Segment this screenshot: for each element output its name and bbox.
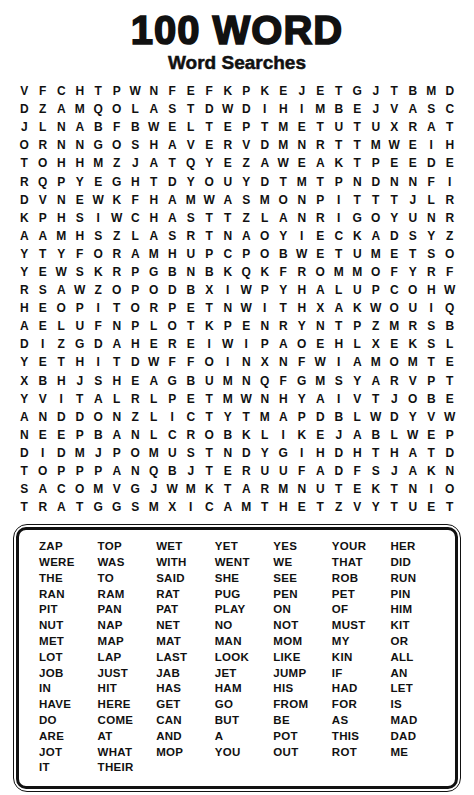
grid-cell-r23c15[interactable]: M	[274, 480, 293, 498]
grid-cell-r18c16[interactable]: Y	[293, 390, 312, 408]
grid-cell-r23c9[interactable]: W	[163, 480, 182, 498]
grid-cell-r2c16[interactable]: I	[293, 100, 312, 118]
grid-cell-r15c15[interactable]: A	[274, 335, 293, 353]
grid-cell-r12c10[interactable]: B	[182, 281, 201, 299]
grid-cell-r15c1[interactable]: D	[15, 335, 34, 353]
grid-cell-r19c18[interactable]: B	[330, 408, 349, 426]
grid-cell-r17c22[interactable]: V	[404, 372, 423, 390]
grid-cell-r10c7[interactable]: A	[126, 245, 145, 263]
grid-cell-r24c21[interactable]: T	[385, 498, 404, 516]
grid-cell-r4c11[interactable]: E	[200, 136, 219, 154]
grid-cell-r15c17[interactable]: E	[311, 335, 330, 353]
grid-cell-r6c19[interactable]: N	[348, 172, 367, 190]
grid-cell-r1c12[interactable]: K	[219, 82, 238, 100]
grid-cell-r5c4[interactable]: H	[71, 154, 90, 172]
grid-cell-r16c12[interactable]: I	[219, 353, 238, 371]
grid-cell-r15c23[interactable]: S	[422, 335, 441, 353]
grid-cell-r9c4[interactable]: H	[71, 227, 90, 245]
grid-cell-r6c14[interactable]: D	[256, 172, 275, 190]
grid-cell-r3c2[interactable]: L	[34, 118, 53, 136]
grid-cell-r10c15[interactable]: B	[274, 245, 293, 263]
grid-cell-r19c7[interactable]: Z	[126, 408, 145, 426]
grid-cell-r22c19[interactable]: F	[348, 462, 367, 480]
grid-cell-r21c15[interactable]: G	[274, 444, 293, 462]
grid-cell-r9c11[interactable]: T	[200, 227, 219, 245]
grid-cell-r17c3[interactable]: H	[52, 372, 71, 390]
grid-cell-r2c9[interactable]: S	[163, 100, 182, 118]
grid-cell-r1c13[interactable]: P	[237, 82, 256, 100]
grid-cell-r21c21[interactable]: H	[385, 444, 404, 462]
grid-cell-r8c9[interactable]: A	[163, 209, 182, 227]
grid-cell-r19c9[interactable]: I	[163, 408, 182, 426]
grid-cell-r16c6[interactable]: T	[108, 353, 127, 371]
grid-cell-r11c19[interactable]: M	[348, 263, 367, 281]
grid-cell-r19c3[interactable]: D	[52, 408, 71, 426]
grid-cell-r18c7[interactable]: R	[126, 390, 145, 408]
grid-cell-r16c18[interactable]: I	[330, 353, 349, 371]
grid-cell-r23c23[interactable]: I	[422, 480, 441, 498]
grid-cell-r5c7[interactable]: J	[126, 154, 145, 172]
grid-cell-r14c10[interactable]: T	[182, 317, 201, 335]
grid-cell-r4c17[interactable]: R	[311, 136, 330, 154]
grid-cell-r18c23[interactable]: B	[422, 390, 441, 408]
grid-cell-r10c13[interactable]: P	[237, 245, 256, 263]
grid-cell-r16c8[interactable]: W	[145, 353, 164, 371]
grid-cell-r3c24[interactable]: T	[441, 118, 460, 136]
grid-cell-r7c21[interactable]: T	[385, 191, 404, 209]
grid-cell-r5c14[interactable]: A	[256, 154, 275, 172]
grid-cell-r18c22[interactable]: O	[404, 390, 423, 408]
grid-cell-r7c5[interactable]: W	[89, 191, 108, 209]
grid-cell-r9c13[interactable]: A	[237, 227, 256, 245]
grid-cell-r5c23[interactable]: D	[422, 154, 441, 172]
grid-cell-r24c4[interactable]: T	[71, 498, 90, 516]
grid-cell-r4c21[interactable]: W	[385, 136, 404, 154]
grid-cell-r16c19[interactable]: A	[348, 353, 367, 371]
grid-cell-r10c12[interactable]: C	[219, 245, 238, 263]
grid-cell-r14c3[interactable]: L	[52, 317, 71, 335]
grid-cell-r17c23[interactable]: P	[422, 372, 441, 390]
grid-cell-r15c2[interactable]: I	[34, 335, 53, 353]
grid-cell-r23c10[interactable]: M	[182, 480, 201, 498]
grid-cell-r12c5[interactable]: Z	[89, 281, 108, 299]
grid-cell-r23c12[interactable]: T	[219, 480, 238, 498]
grid-cell-r16c3[interactable]: T	[52, 353, 71, 371]
grid-cell-r5c2[interactable]: O	[34, 154, 53, 172]
grid-cell-r12c12[interactable]: I	[219, 281, 238, 299]
grid-cell-r19c14[interactable]: M	[256, 408, 275, 426]
grid-cell-r11c13[interactable]: Q	[237, 263, 256, 281]
grid-cell-r8c12[interactable]: T	[219, 209, 238, 227]
grid-cell-r20c23[interactable]: E	[422, 426, 441, 444]
grid-cell-r22c21[interactable]: J	[385, 462, 404, 480]
grid-cell-r13c19[interactable]: K	[348, 299, 367, 317]
grid-cell-r21c12[interactable]: N	[219, 444, 238, 462]
grid-cell-r14c4[interactable]: U	[71, 317, 90, 335]
grid-cell-r10c5[interactable]: O	[89, 245, 108, 263]
grid-cell-r21c16[interactable]: I	[293, 444, 312, 462]
grid-cell-r24c17[interactable]: T	[311, 498, 330, 516]
grid-cell-r9c16[interactable]: I	[293, 227, 312, 245]
grid-cell-r8c23[interactable]: N	[422, 209, 441, 227]
grid-cell-r17c1[interactable]: X	[15, 372, 34, 390]
grid-cell-r23c3[interactable]: C	[52, 480, 71, 498]
grid-cell-r15c10[interactable]: E	[182, 335, 201, 353]
grid-cell-r9c3[interactable]: M	[52, 227, 71, 245]
grid-cell-r4c2[interactable]: R	[34, 136, 53, 154]
grid-cell-r11c10[interactable]: N	[182, 263, 201, 281]
grid-cell-r23c19[interactable]: E	[348, 480, 367, 498]
grid-cell-r5c13[interactable]: Z	[237, 154, 256, 172]
grid-cell-r11c11[interactable]: B	[200, 263, 219, 281]
grid-cell-r20c6[interactable]: A	[108, 426, 127, 444]
grid-cell-r24c18[interactable]: Z	[330, 498, 349, 516]
grid-cell-r6c6[interactable]: G	[108, 172, 127, 190]
grid-cell-r18c8[interactable]: L	[145, 390, 164, 408]
grid-cell-r14c12[interactable]: P	[219, 317, 238, 335]
grid-cell-r6c9[interactable]: D	[163, 172, 182, 190]
grid-cell-r22c12[interactable]: E	[219, 462, 238, 480]
grid-cell-r12c20[interactable]: P	[367, 281, 386, 299]
grid-cell-r11c6[interactable]: R	[108, 263, 127, 281]
grid-cell-r2c19[interactable]: E	[348, 100, 367, 118]
grid-cell-r7c2[interactable]: V	[34, 191, 53, 209]
grid-cell-r1c1[interactable]: V	[15, 82, 34, 100]
grid-cell-r4c4[interactable]: N	[71, 136, 90, 154]
grid-cell-r9c20[interactable]: A	[367, 227, 386, 245]
grid-cell-r5c20[interactable]: P	[367, 154, 386, 172]
grid-cell-r18c4[interactable]: T	[71, 390, 90, 408]
grid-cell-r17c8[interactable]: A	[145, 372, 164, 390]
grid-cell-r12c3[interactable]: A	[52, 281, 71, 299]
grid-cell-r16c4[interactable]: H	[71, 353, 90, 371]
grid-cell-r16c15[interactable]: N	[274, 353, 293, 371]
grid-cell-r24c1[interactable]: T	[15, 498, 34, 516]
grid-cell-r8c22[interactable]: U	[404, 209, 423, 227]
grid-cell-r6c18[interactable]: P	[330, 172, 349, 190]
grid-cell-r22c5[interactable]: P	[89, 462, 108, 480]
grid-cell-r13c13[interactable]: W	[237, 299, 256, 317]
grid-cell-r8c11[interactable]: T	[200, 209, 219, 227]
grid-cell-r10c4[interactable]: F	[71, 245, 90, 263]
grid-cell-r10c16[interactable]: W	[293, 245, 312, 263]
grid-cell-r2c11[interactable]: D	[200, 100, 219, 118]
grid-cell-r8c20[interactable]: O	[367, 209, 386, 227]
grid-cell-r17c24[interactable]: T	[441, 372, 460, 390]
grid-cell-r5c6[interactable]: Z	[108, 154, 127, 172]
grid-cell-r8c7[interactable]: C	[126, 209, 145, 227]
grid-cell-r6c10[interactable]: Y	[182, 172, 201, 190]
grid-cell-r5c24[interactable]: E	[441, 154, 460, 172]
grid-cell-r2c17[interactable]: M	[311, 100, 330, 118]
grid-cell-r2c10[interactable]: T	[182, 100, 201, 118]
grid-cell-r9c9[interactable]: S	[163, 227, 182, 245]
grid-cell-r7c4[interactable]: E	[71, 191, 90, 209]
grid-cell-r21c1[interactable]: D	[15, 444, 34, 462]
grid-cell-r2c4[interactable]: M	[71, 100, 90, 118]
grid-cell-r15c5[interactable]: D	[89, 335, 108, 353]
grid-cell-r10c1[interactable]: Y	[15, 245, 34, 263]
grid-cell-r16c16[interactable]: F	[293, 353, 312, 371]
grid-cell-r24c10[interactable]: I	[182, 498, 201, 516]
grid-cell-r19c15[interactable]: A	[274, 408, 293, 426]
grid-cell-r9c1[interactable]: A	[15, 227, 34, 245]
grid-cell-r15c18[interactable]: H	[330, 335, 349, 353]
grid-cell-r12c14[interactable]: P	[256, 281, 275, 299]
grid-cell-r8c15[interactable]: A	[274, 209, 293, 227]
grid-cell-r19c8[interactable]: L	[145, 408, 164, 426]
grid-cell-r14c14[interactable]: N	[256, 317, 275, 335]
grid-cell-r9c19[interactable]: K	[348, 227, 367, 245]
grid-cell-r20c2[interactable]: E	[34, 426, 53, 444]
grid-cell-r3c10[interactable]: L	[182, 118, 201, 136]
grid-cell-r21c7[interactable]: O	[126, 444, 145, 462]
grid-cell-r19c22[interactable]: Y	[404, 408, 423, 426]
grid-cell-r15c6[interactable]: A	[108, 335, 127, 353]
grid-cell-r22c14[interactable]: U	[256, 462, 275, 480]
grid-cell-r18c14[interactable]: N	[256, 390, 275, 408]
grid-cell-r16c10[interactable]: F	[182, 353, 201, 371]
grid-cell-r2c5[interactable]: Q	[89, 100, 108, 118]
grid-cell-r10c24[interactable]: O	[441, 245, 460, 263]
grid-cell-r6c5[interactable]: E	[89, 172, 108, 190]
grid-cell-r12c7[interactable]: P	[126, 281, 145, 299]
grid-cell-r6c24[interactable]: I	[441, 172, 460, 190]
grid-cell-r8c16[interactable]: N	[293, 209, 312, 227]
grid-cell-r1c2[interactable]: F	[34, 82, 53, 100]
grid-cell-r21c4[interactable]: M	[71, 444, 90, 462]
grid-cell-r6c2[interactable]: Q	[34, 172, 53, 190]
grid-cell-r21c10[interactable]: S	[182, 444, 201, 462]
grid-cell-r5c1[interactable]: T	[15, 154, 34, 172]
grid-cell-r4c24[interactable]: H	[441, 136, 460, 154]
grid-cell-r24c6[interactable]: G	[108, 498, 127, 516]
grid-cell-r12c6[interactable]: O	[108, 281, 127, 299]
grid-cell-r3c17[interactable]: T	[311, 118, 330, 136]
grid-cell-r17c19[interactable]: Y	[348, 372, 367, 390]
grid-cell-r16c21[interactable]: O	[385, 353, 404, 371]
grid-cell-r22c22[interactable]: A	[404, 462, 423, 480]
grid-cell-r15c22[interactable]: K	[404, 335, 423, 353]
grid-cell-r7c22[interactable]: J	[404, 191, 423, 209]
grid-cell-r20c21[interactable]: L	[385, 426, 404, 444]
grid-cell-r22c17[interactable]: A	[311, 462, 330, 480]
grid-cell-r9c22[interactable]: S	[404, 227, 423, 245]
grid-cell-r9c15[interactable]: Y	[274, 227, 293, 245]
grid-cell-r5c3[interactable]: H	[52, 154, 71, 172]
grid-cell-r14c21[interactable]: M	[385, 317, 404, 335]
grid-cell-r21c23[interactable]: T	[422, 444, 441, 462]
grid-cell-r21c8[interactable]: M	[145, 444, 164, 462]
grid-cell-r16c17[interactable]: W	[311, 353, 330, 371]
grid-cell-r4c7[interactable]: S	[126, 136, 145, 154]
grid-cell-r14c18[interactable]: T	[330, 317, 349, 335]
grid-cell-r6c21[interactable]: N	[385, 172, 404, 190]
grid-cell-r20c22[interactable]: W	[404, 426, 423, 444]
grid-cell-r18c11[interactable]: T	[200, 390, 219, 408]
grid-cell-r12c4[interactable]: W	[71, 281, 90, 299]
grid-cell-r23c5[interactable]: M	[89, 480, 108, 498]
grid-cell-r12c2[interactable]: S	[34, 281, 53, 299]
grid-cell-r5c9[interactable]: T	[163, 154, 182, 172]
grid-cell-r7c19[interactable]: T	[348, 191, 367, 209]
grid-cell-r9c17[interactable]: E	[311, 227, 330, 245]
grid-cell-r22c15[interactable]: U	[274, 462, 293, 480]
grid-cell-r13c7[interactable]: O	[126, 299, 145, 317]
grid-cell-r4c16[interactable]: N	[293, 136, 312, 154]
grid-cell-r7c16[interactable]: N	[293, 191, 312, 209]
grid-cell-r1c6[interactable]: P	[108, 82, 127, 100]
grid-cell-r23c7[interactable]: G	[126, 480, 145, 498]
grid-cell-r17c4[interactable]: J	[71, 372, 90, 390]
grid-cell-r2c6[interactable]: O	[108, 100, 127, 118]
grid-cell-r14c19[interactable]: P	[348, 317, 367, 335]
grid-cell-r17c17[interactable]: M	[311, 372, 330, 390]
grid-cell-r15c13[interactable]: I	[237, 335, 256, 353]
grid-cell-r19c24[interactable]: W	[441, 408, 460, 426]
grid-cell-r18c24[interactable]: E	[441, 390, 460, 408]
grid-cell-r5c11[interactable]: Y	[200, 154, 219, 172]
grid-cell-r3c16[interactable]: E	[293, 118, 312, 136]
grid-cell-r10c19[interactable]: U	[348, 245, 367, 263]
grid-cell-r4c20[interactable]: M	[367, 136, 386, 154]
grid-cell-r3c15[interactable]: M	[274, 118, 293, 136]
grid-cell-r22c4[interactable]: P	[71, 462, 90, 480]
grid-cell-r2c1[interactable]: D	[15, 100, 34, 118]
grid-cell-r11c3[interactable]: W	[52, 263, 71, 281]
grid-cell-r21c18[interactable]: D	[330, 444, 349, 462]
grid-cell-r24c8[interactable]: M	[145, 498, 164, 516]
grid-cell-r23c22[interactable]: N	[404, 480, 423, 498]
grid-cell-r14c1[interactable]: A	[15, 317, 34, 335]
grid-cell-r3c4[interactable]: A	[71, 118, 90, 136]
grid-cell-r24c13[interactable]: M	[237, 498, 256, 516]
grid-cell-r11c1[interactable]: Y	[15, 263, 34, 281]
grid-cell-r10c10[interactable]: U	[182, 245, 201, 263]
grid-cell-r21c11[interactable]: T	[200, 444, 219, 462]
grid-cell-r9c8[interactable]: A	[145, 227, 164, 245]
grid-cell-r18c17[interactable]: A	[311, 390, 330, 408]
grid-cell-r15c19[interactable]: L	[348, 335, 367, 353]
grid-cell-r2c23[interactable]: S	[422, 100, 441, 118]
grid-cell-r11c5[interactable]: K	[89, 263, 108, 281]
grid-cell-r1c14[interactable]: K	[256, 82, 275, 100]
grid-cell-r12c19[interactable]: U	[348, 281, 367, 299]
grid-cell-r17c14[interactable]: Q	[256, 372, 275, 390]
grid-cell-r11c18[interactable]: M	[330, 263, 349, 281]
grid-cell-r2c12[interactable]: W	[219, 100, 238, 118]
grid-cell-r2c21[interactable]: V	[385, 100, 404, 118]
grid-cell-r7c18[interactable]: I	[330, 191, 349, 209]
grid-cell-r13c15[interactable]: T	[274, 299, 293, 317]
grid-cell-r6c23[interactable]: F	[422, 172, 441, 190]
grid-cell-r1c21[interactable]: T	[385, 82, 404, 100]
grid-cell-r22c1[interactable]: T	[15, 462, 34, 480]
grid-cell-r19c19[interactable]: L	[348, 408, 367, 426]
grid-cell-r23c6[interactable]: V	[108, 480, 127, 498]
grid-cell-r7c9[interactable]: A	[163, 191, 182, 209]
grid-cell-r10c21[interactable]: E	[385, 245, 404, 263]
grid-cell-r7c24[interactable]: R	[441, 191, 460, 209]
grid-cell-r5c19[interactable]: T	[348, 154, 367, 172]
grid-cell-r19c20[interactable]: W	[367, 408, 386, 426]
grid-cell-r5c10[interactable]: Q	[182, 154, 201, 172]
grid-cell-r14c13[interactable]: E	[237, 317, 256, 335]
grid-cell-r1c3[interactable]: C	[52, 82, 71, 100]
grid-cell-r1c11[interactable]: F	[200, 82, 219, 100]
grid-cell-r9c6[interactable]: Z	[108, 227, 127, 245]
grid-cell-r9c5[interactable]: S	[89, 227, 108, 245]
grid-cell-r17c21[interactable]: R	[385, 372, 404, 390]
grid-cell-r20c20[interactable]: B	[367, 426, 386, 444]
grid-cell-r15c12[interactable]: W	[219, 335, 238, 353]
grid-cell-r14c5[interactable]: F	[89, 317, 108, 335]
grid-cell-r8c2[interactable]: P	[34, 209, 53, 227]
grid-cell-r11c2[interactable]: E	[34, 263, 53, 281]
grid-cell-r17c9[interactable]: G	[163, 372, 182, 390]
grid-cell-r10c2[interactable]: T	[34, 245, 53, 263]
grid-cell-r5c21[interactable]: E	[385, 154, 404, 172]
grid-cell-r11c21[interactable]: F	[385, 263, 404, 281]
grid-cell-r20c5[interactable]: B	[89, 426, 108, 444]
grid-cell-r13c16[interactable]: H	[293, 299, 312, 317]
grid-cell-r24c2[interactable]: R	[34, 498, 53, 516]
grid-cell-r3c11[interactable]: T	[200, 118, 219, 136]
grid-cell-r6c11[interactable]: O	[200, 172, 219, 190]
grid-cell-r18c5[interactable]: A	[89, 390, 108, 408]
grid-cell-r14c23[interactable]: S	[422, 317, 441, 335]
grid-cell-r16c1[interactable]: Y	[15, 353, 34, 371]
grid-cell-r11c24[interactable]: F	[441, 263, 460, 281]
grid-cell-r6c15[interactable]: T	[274, 172, 293, 190]
grid-cell-r11c15[interactable]: F	[274, 263, 293, 281]
grid-cell-r23c20[interactable]: K	[367, 480, 386, 498]
grid-cell-r23c14[interactable]: R	[256, 480, 275, 498]
grid-cell-r7c10[interactable]: M	[182, 191, 201, 209]
grid-cell-r15c9[interactable]: R	[163, 335, 182, 353]
grid-cell-r10c3[interactable]: Y	[52, 245, 71, 263]
grid-cell-r20c12[interactable]: B	[219, 426, 238, 444]
grid-cell-r8c8[interactable]: H	[145, 209, 164, 227]
grid-cell-r19c6[interactable]: N	[108, 408, 127, 426]
grid-cell-r10c14[interactable]: O	[256, 245, 275, 263]
grid-cell-r20c8[interactable]: L	[145, 426, 164, 444]
grid-cell-r7c11[interactable]: W	[200, 191, 219, 209]
grid-cell-r3c12[interactable]: E	[219, 118, 238, 136]
grid-cell-r3c13[interactable]: P	[237, 118, 256, 136]
grid-cell-r17c16[interactable]: G	[293, 372, 312, 390]
grid-cell-r22c18[interactable]: D	[330, 462, 349, 480]
grid-cell-r1c10[interactable]: E	[182, 82, 201, 100]
grid-cell-r20c16[interactable]: K	[293, 426, 312, 444]
grid-cell-r13c4[interactable]: P	[71, 299, 90, 317]
grid-cell-r2c20[interactable]: J	[367, 100, 386, 118]
grid-cell-r10c17[interactable]: E	[311, 245, 330, 263]
grid-cell-r23c17[interactable]: U	[311, 480, 330, 498]
grid-cell-r6c3[interactable]: P	[52, 172, 71, 190]
grid-cell-r4c19[interactable]: T	[348, 136, 367, 154]
grid-cell-r3c19[interactable]: T	[348, 118, 367, 136]
grid-cell-r19c11[interactable]: T	[200, 408, 219, 426]
grid-cell-r18c18[interactable]: I	[330, 390, 349, 408]
grid-cell-r16c13[interactable]: N	[237, 353, 256, 371]
grid-cell-r17c20[interactable]: A	[367, 372, 386, 390]
grid-cell-r10c23[interactable]: S	[422, 245, 441, 263]
grid-cell-r18c12[interactable]: M	[219, 390, 238, 408]
grid-cell-r7c1[interactable]: D	[15, 191, 34, 209]
grid-cell-r21c19[interactable]: H	[348, 444, 367, 462]
grid-cell-r19c4[interactable]: D	[71, 408, 90, 426]
